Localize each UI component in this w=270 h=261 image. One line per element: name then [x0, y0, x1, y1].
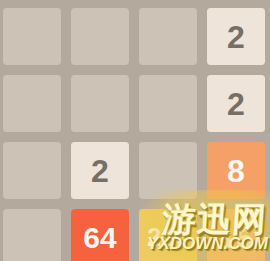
tile-2-r2c4: 2	[207, 75, 265, 132]
cell-r2c3	[139, 75, 197, 132]
tile-64-r4c2: 64	[71, 209, 129, 261]
cell-r4c3: 256	[139, 209, 197, 261]
cell-r3c3	[139, 142, 197, 199]
cell-r4c1	[3, 209, 61, 261]
cell-r3c1	[3, 142, 61, 199]
cell-r3c2: 2	[71, 142, 129, 199]
tile-2-r1c4: 2	[207, 8, 265, 65]
board-grid[interactable]: 22286425616	[3, 8, 265, 261]
tile-8-r3c4: 8	[207, 142, 265, 199]
cell-r1c2	[71, 8, 129, 65]
cell-r2c1	[3, 75, 61, 132]
tile-2-r3c2: 2	[71, 142, 129, 199]
cell-r4c4: 16	[207, 209, 265, 261]
cell-r2c2	[71, 75, 129, 132]
cell-r1c3	[139, 8, 197, 65]
cell-r3c4: 8	[207, 142, 265, 199]
game-2048-board[interactable]: 22286425616 游迅网 YXDOWN.COM	[0, 0, 270, 261]
tile-256-r4c3: 256	[139, 209, 197, 261]
cell-r4c2: 64	[71, 209, 129, 261]
cell-r1c4: 2	[207, 8, 265, 65]
cell-r1c1	[3, 8, 61, 65]
tile-16-r4c4: 16	[207, 209, 265, 261]
cell-r2c4: 2	[207, 75, 265, 132]
